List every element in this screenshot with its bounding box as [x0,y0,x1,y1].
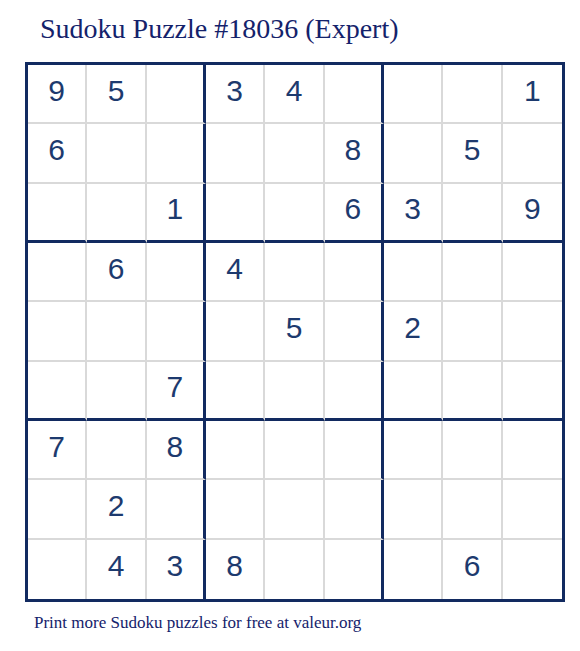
cell-r1c3 [147,65,206,124]
cell-r7c7 [384,421,443,480]
cell-r2c4 [206,124,265,183]
cell-r3c4 [206,184,265,243]
cell-r5c6 [325,302,384,361]
cell-r8c4 [206,480,265,539]
page-title: Sudoku Puzzle #18036 (Expert) [40,12,399,46]
cell-r2c2 [87,124,146,183]
cell-r9c9 [503,540,562,599]
cell-r4c7 [384,243,443,302]
cell-r7c4 [206,421,265,480]
cell-r7c3: 8 [147,421,206,480]
cell-r9c2: 4 [87,540,146,599]
cell-r6c1 [28,362,87,421]
cell-r3c8 [443,184,502,243]
cell-r4c2: 6 [87,243,146,302]
cell-r8c3 [147,480,206,539]
cell-r8c8 [443,480,502,539]
cell-r8c7 [384,480,443,539]
cell-r5c4 [206,302,265,361]
cell-r1c2: 5 [87,65,146,124]
cell-r1c5: 4 [265,65,324,124]
cell-r8c5 [265,480,324,539]
cell-r7c1: 7 [28,421,87,480]
cell-r5c8 [443,302,502,361]
cell-r5c2 [87,302,146,361]
footer-credit: Print more Sudoku puzzles for free at va… [34,613,361,633]
cell-r5c9 [503,302,562,361]
cell-r6c8 [443,362,502,421]
cell-r7c9 [503,421,562,480]
cell-r2c3 [147,124,206,183]
cell-r7c2 [87,421,146,480]
cell-r1c6 [325,65,384,124]
cell-r2c8: 5 [443,124,502,183]
cell-r9c8: 6 [443,540,502,599]
cell-r4c8 [443,243,502,302]
cell-r1c9: 1 [503,65,562,124]
cell-r1c1: 9 [28,65,87,124]
cell-r3c6: 6 [325,184,384,243]
cell-r2c5 [265,124,324,183]
cell-r8c9 [503,480,562,539]
sudoku-board: 953416851639645277824386 [25,62,565,602]
cell-r6c9 [503,362,562,421]
cell-r4c6 [325,243,384,302]
cell-r2c7 [384,124,443,183]
cell-r1c4: 3 [206,65,265,124]
cell-r5c7: 2 [384,302,443,361]
cell-r6c4 [206,362,265,421]
cell-r9c3: 3 [147,540,206,599]
cell-r9c7 [384,540,443,599]
cell-r2c1: 6 [28,124,87,183]
cell-r6c6 [325,362,384,421]
cell-r1c8 [443,65,502,124]
cell-r2c9 [503,124,562,183]
cell-r2c6: 8 [325,124,384,183]
cell-r4c3 [147,243,206,302]
cell-r3c3: 1 [147,184,206,243]
cell-r6c7 [384,362,443,421]
cell-r9c4: 8 [206,540,265,599]
cell-r4c1 [28,243,87,302]
cell-r9c5 [265,540,324,599]
cell-r8c2: 2 [87,480,146,539]
cell-r6c2 [87,362,146,421]
cell-r8c6 [325,480,384,539]
cell-r3c2 [87,184,146,243]
cell-r7c5 [265,421,324,480]
cell-r5c5: 5 [265,302,324,361]
cell-r3c1 [28,184,87,243]
cell-r4c4: 4 [206,243,265,302]
cell-r1c7 [384,65,443,124]
cell-r9c1 [28,540,87,599]
cell-r4c9 [503,243,562,302]
cell-r5c3 [147,302,206,361]
cell-r3c5 [265,184,324,243]
cell-r6c5 [265,362,324,421]
cell-r9c6 [325,540,384,599]
cell-r6c3: 7 [147,362,206,421]
cell-r4c5 [265,243,324,302]
cell-r7c6 [325,421,384,480]
cell-r3c9: 9 [503,184,562,243]
cell-r8c1 [28,480,87,539]
cell-r5c1 [28,302,87,361]
cell-r7c8 [443,421,502,480]
cell-r3c7: 3 [384,184,443,243]
sudoku-page: Sudoku Puzzle #18036 (Expert) 9534168516… [0,0,580,651]
